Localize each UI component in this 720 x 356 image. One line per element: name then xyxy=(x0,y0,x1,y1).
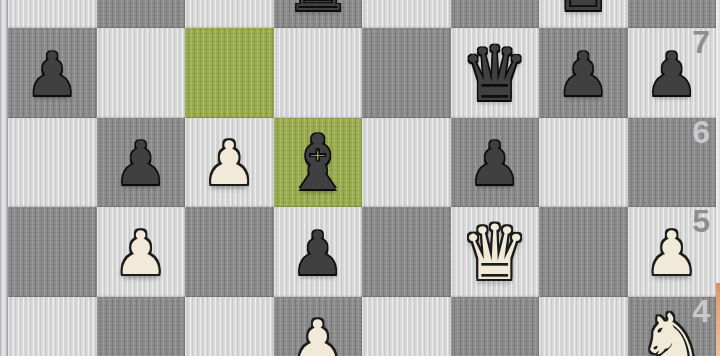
board-left-edge xyxy=(0,0,8,356)
rank-label-6: 6 xyxy=(692,116,710,148)
piece-black-queen[interactable]: ♛ xyxy=(461,36,529,112)
piece-white-pawn[interactable]: ♟ xyxy=(114,223,168,283)
piece-black-pawn[interactable]: ♟ xyxy=(25,44,79,104)
square-f7[interactable]: ♛ xyxy=(451,28,540,118)
square-b7[interactable] xyxy=(97,28,186,118)
chess-board: ♜♚♟♛♟♟7♟♟♝♟6♟♟♛♟5♟♞4 xyxy=(8,0,716,356)
square-g7[interactable]: ♟ xyxy=(539,28,628,118)
piece-white-queen[interactable]: ♛ xyxy=(461,215,529,291)
square-c6[interactable]: ♟ xyxy=(185,118,274,208)
piece-black-pawn[interactable]: ♟ xyxy=(468,133,522,193)
square-c4[interactable] xyxy=(185,297,274,356)
square-h5[interactable]: ♟5 xyxy=(628,207,717,297)
square-c7[interactable] xyxy=(185,28,274,118)
square-f5[interactable]: ♛ xyxy=(451,207,540,297)
square-e7[interactable] xyxy=(362,28,451,118)
square-a4[interactable] xyxy=(8,297,97,356)
piece-white-knight[interactable]: ♞ xyxy=(638,304,706,356)
piece-white-pawn[interactable]: ♟ xyxy=(645,223,699,283)
square-h4[interactable]: ♞4 xyxy=(628,297,717,356)
right-panel-edge-upper xyxy=(716,0,720,283)
square-e4[interactable] xyxy=(362,297,451,356)
square-c8[interactable] xyxy=(185,0,274,28)
square-g8[interactable]: ♚ xyxy=(539,0,628,28)
square-f4[interactable] xyxy=(451,297,540,356)
square-f8[interactable] xyxy=(451,0,540,28)
square-e8[interactable] xyxy=(362,0,451,28)
square-g5[interactable] xyxy=(539,207,628,297)
piece-black-pawn[interactable]: ♟ xyxy=(645,44,699,104)
square-b8[interactable] xyxy=(97,0,186,28)
square-e5[interactable] xyxy=(362,207,451,297)
square-a5[interactable] xyxy=(8,207,97,297)
piece-black-pawn[interactable]: ♟ xyxy=(291,223,345,283)
piece-black-pawn[interactable]: ♟ xyxy=(556,44,610,104)
square-b4[interactable] xyxy=(97,297,186,356)
piece-white-pawn[interactable]: ♟ xyxy=(291,312,345,356)
square-d4[interactable]: ♟ xyxy=(274,297,363,356)
right-panel-edge-peach xyxy=(716,283,720,356)
square-a7[interactable]: ♟ xyxy=(8,28,97,118)
square-b6[interactable]: ♟ xyxy=(97,118,186,208)
piece-black-king[interactable]: ♚ xyxy=(549,0,617,22)
piece-white-pawn[interactable]: ♟ xyxy=(202,133,256,193)
square-e6[interactable] xyxy=(362,118,451,208)
square-a6[interactable] xyxy=(8,118,97,208)
square-h7[interactable]: ♟7 xyxy=(628,28,717,118)
square-b5[interactable]: ♟ xyxy=(97,207,186,297)
square-a8[interactable] xyxy=(8,0,97,28)
right-panel-edge xyxy=(716,0,720,356)
square-h6[interactable]: 6 xyxy=(628,118,717,208)
square-d5[interactable]: ♟ xyxy=(274,207,363,297)
square-g6[interactable] xyxy=(539,118,628,208)
piece-black-bishop[interactable]: ♝ xyxy=(284,125,352,201)
square-d8[interactable]: ♜ xyxy=(274,0,363,28)
square-h8[interactable] xyxy=(628,0,717,28)
square-g4[interactable] xyxy=(539,297,628,356)
square-d7[interactable] xyxy=(274,28,363,118)
square-c5[interactable] xyxy=(185,207,274,297)
square-f6[interactable]: ♟ xyxy=(451,118,540,208)
piece-black-rook[interactable]: ♜ xyxy=(284,0,352,22)
piece-black-pawn[interactable]: ♟ xyxy=(114,133,168,193)
square-d6[interactable]: ♝ xyxy=(274,118,363,208)
